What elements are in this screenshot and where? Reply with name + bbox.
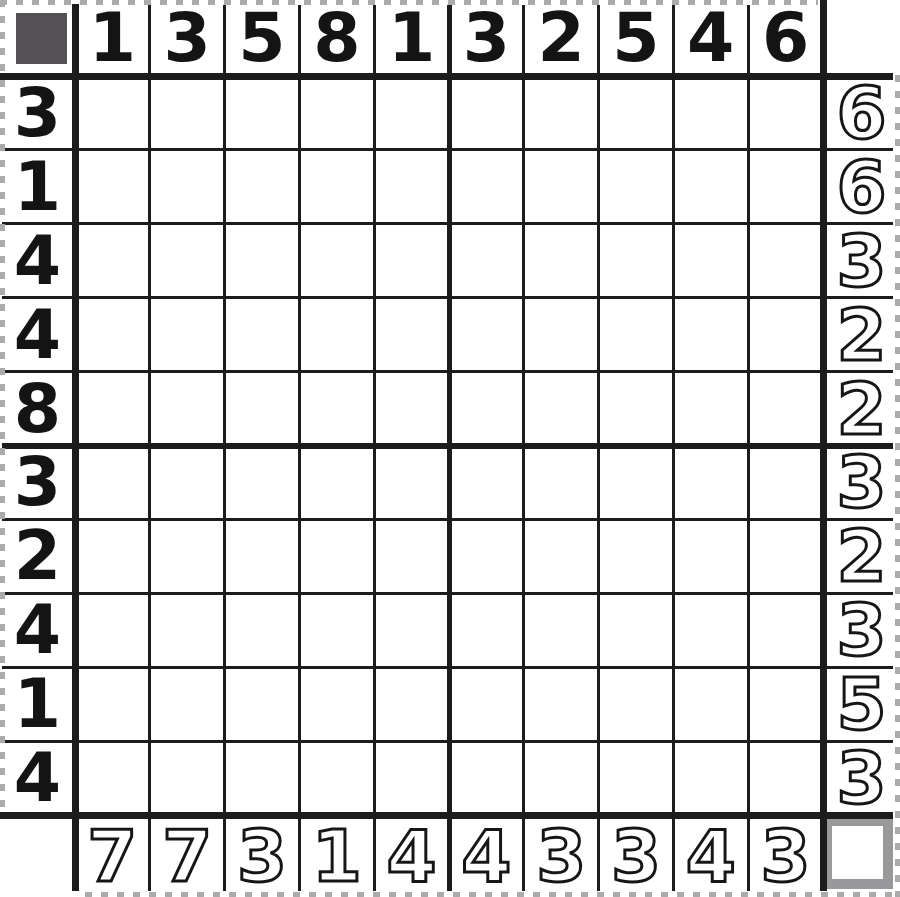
- bottom-clue-7: 3: [524, 815, 599, 897]
- top-clue-2: 3: [150, 0, 225, 76]
- left-clue-8: 4: [0, 593, 75, 667]
- grid-line-h4: [2, 370, 893, 373]
- grid-cell-r6c2[interactable]: [150, 445, 225, 519]
- grid-cell-r8c3[interactable]: [225, 593, 300, 667]
- top-clue-4: 8: [299, 0, 374, 76]
- grid-cell-r10c7[interactable]: [524, 741, 599, 815]
- right-clue-1: 6: [823, 76, 900, 150]
- grid-cell-r7c3[interactable]: [225, 519, 300, 593]
- left-clue-2: 1: [0, 150, 75, 224]
- corner-bottom-left: [0, 815, 75, 897]
- grid-cell-r5c6[interactable]: [449, 372, 524, 446]
- top-clue-6: 3: [449, 0, 524, 76]
- grid-cell-r5c7[interactable]: [524, 372, 599, 446]
- grid-cell-r5c3[interactable]: [225, 372, 300, 446]
- grid-line-h1: [2, 148, 893, 151]
- grid-cell-r5c5[interactable]: [374, 372, 449, 446]
- grid-cell-r9c8[interactable]: [599, 667, 674, 741]
- grid-cell-r7c10[interactable]: [748, 519, 823, 593]
- dashed-border-left: [0, 0, 5, 815]
- grid-cell-r4c7[interactable]: [524, 298, 599, 372]
- grid-cell-r9c9[interactable]: [673, 667, 748, 741]
- grid-line-h0: [0, 73, 893, 80]
- grid-cell-r4c10[interactable]: [748, 298, 823, 372]
- grid-cell-r1c10[interactable]: [748, 76, 823, 150]
- grid-cell-r9c7[interactable]: [524, 667, 599, 741]
- grid-cell-r10c10[interactable]: [748, 741, 823, 815]
- grid-cell-r2c1[interactable]: [75, 150, 150, 224]
- grid-cell-r7c6[interactable]: [449, 519, 524, 593]
- grid-cell-r3c7[interactable]: [524, 224, 599, 298]
- grid-cell-r3c1[interactable]: [75, 224, 150, 298]
- grid-cell-r3c6[interactable]: [449, 224, 524, 298]
- grid-line-h5: [2, 443, 893, 449]
- grid-cell-r1c2[interactable]: [150, 76, 225, 150]
- grid-cell-r10c8[interactable]: [599, 741, 674, 815]
- grid-cell-r6c5[interactable]: [374, 445, 449, 519]
- right-clue-10: 3: [823, 741, 900, 815]
- grid-cell-r9c4[interactable]: [299, 667, 374, 741]
- grid-cell-r1c8[interactable]: [599, 76, 674, 150]
- grid-cell-r8c8[interactable]: [599, 593, 674, 667]
- grid-cell-r2c9[interactable]: [673, 150, 748, 224]
- grid-cell-r6c3[interactable]: [225, 445, 300, 519]
- grid-cell-r3c10[interactable]: [748, 224, 823, 298]
- grid-cell-r10c2[interactable]: [150, 741, 225, 815]
- grid-cell-r8c2[interactable]: [150, 593, 225, 667]
- grid-cell-r4c3[interactable]: [225, 298, 300, 372]
- grid-cell-r6c7[interactable]: [524, 445, 599, 519]
- grid-cell-r2c2[interactable]: [150, 150, 225, 224]
- grid-cell-r9c2[interactable]: [150, 667, 225, 741]
- grid-cell-r1c5[interactable]: [374, 76, 449, 150]
- grid-cell-r6c9[interactable]: [673, 445, 748, 519]
- grid-line-h9: [2, 740, 893, 743]
- left-clue-9: 1: [0, 667, 75, 741]
- left-clue-7: 2: [0, 519, 75, 593]
- bottom-clue-1: 7: [75, 815, 150, 897]
- grid-cell-r2c4[interactable]: [299, 150, 374, 224]
- top-clue-10: 6: [748, 0, 823, 76]
- bottom-right-open-square: [822, 816, 893, 889]
- left-clue-6: 3: [0, 445, 75, 519]
- grid-cell-r2c8[interactable]: [599, 150, 674, 224]
- grid-cell-r8c6[interactable]: [449, 593, 524, 667]
- grid-cell-r2c7[interactable]: [524, 150, 599, 224]
- grid-cell-r5c4[interactable]: [299, 372, 374, 446]
- top-clue-5: 1: [374, 0, 449, 76]
- grid-cell-r2c3[interactable]: [225, 150, 300, 224]
- right-clue-8: 3: [823, 593, 900, 667]
- right-clue-9: 5: [823, 667, 900, 741]
- grid-cell-r5c2[interactable]: [150, 372, 225, 446]
- grid-cell-r10c1[interactable]: [75, 741, 150, 815]
- grid-cell-r10c5[interactable]: [374, 741, 449, 815]
- top-clue-7: 2: [524, 0, 599, 76]
- grid-cell-r6c4[interactable]: [299, 445, 374, 519]
- grid-cell-r3c2[interactable]: [150, 224, 225, 298]
- corner-top-left: [0, 0, 75, 76]
- top-left-filled-square: [16, 13, 67, 64]
- grid-cell-r1c4[interactable]: [299, 76, 374, 150]
- grid-cell-r9c10[interactable]: [748, 667, 823, 741]
- grid-cell-r1c7[interactable]: [524, 76, 599, 150]
- left-clue-10: 4: [0, 741, 75, 815]
- right-clue-6: 3: [823, 445, 900, 519]
- dashed-border-bottom: [85, 892, 900, 897]
- grid-cell-r5c1[interactable]: [75, 372, 150, 446]
- grid-line-h7: [2, 592, 893, 595]
- dashed-border-top: [0, 0, 818, 5]
- grid-cell-r7c1[interactable]: [75, 519, 150, 593]
- grid-cell-r1c1[interactable]: [75, 76, 150, 150]
- grid-cell-r7c8[interactable]: [599, 519, 674, 593]
- grid-cell-r2c10[interactable]: [748, 150, 823, 224]
- grid-cell-r10c3[interactable]: [225, 741, 300, 815]
- grid-cell-r9c5[interactable]: [374, 667, 449, 741]
- grid-cell-r4c4[interactable]: [299, 298, 374, 372]
- grid-cell-r3c5[interactable]: [374, 224, 449, 298]
- right-clue-2: 6: [823, 150, 900, 224]
- corner-bottom-right: [823, 815, 900, 897]
- grid-cell-r5c9[interactable]: [673, 372, 748, 446]
- grid-cell-r3c9[interactable]: [673, 224, 748, 298]
- grid-cell-r7c2[interactable]: [150, 519, 225, 593]
- grid-cell-r2c5[interactable]: [374, 150, 449, 224]
- grid-cell-r4c8[interactable]: [599, 298, 674, 372]
- bottom-clue-3: 3: [225, 815, 300, 897]
- grid-cell-r9c3[interactable]: [225, 667, 300, 741]
- grid-cell-r8c1[interactable]: [75, 593, 150, 667]
- grid-cell-r4c1[interactable]: [75, 298, 150, 372]
- grid-cell-r9c1[interactable]: [75, 667, 150, 741]
- grid-cell-r8c7[interactable]: [524, 593, 599, 667]
- grid-cell-r8c4[interactable]: [299, 593, 374, 667]
- grid-cell-r10c6[interactable]: [449, 741, 524, 815]
- grid-line-h3: [2, 296, 893, 299]
- grid-line-h10: [0, 812, 893, 819]
- right-clue-5: 2: [823, 372, 900, 446]
- grid-cell-r7c5[interactable]: [374, 519, 449, 593]
- grid-cell-r6c8[interactable]: [599, 445, 674, 519]
- right-clue-4: 2: [823, 298, 900, 372]
- grid-cell-r8c5[interactable]: [374, 593, 449, 667]
- grid-cell-r9c6[interactable]: [449, 667, 524, 741]
- grid-cell-r6c10[interactable]: [748, 445, 823, 519]
- grid-cell-r7c9[interactable]: [673, 519, 748, 593]
- left-clue-1: 3: [0, 76, 75, 150]
- grid-cell-r5c8[interactable]: [599, 372, 674, 446]
- grid-cell-r4c9[interactable]: [673, 298, 748, 372]
- grid-cell-r8c10[interactable]: [748, 593, 823, 667]
- grid-cell-r7c7[interactable]: [524, 519, 599, 593]
- grid-cell-r6c6[interactable]: [449, 445, 524, 519]
- grid-cell-r3c4[interactable]: [299, 224, 374, 298]
- top-clue-1: 1: [75, 0, 150, 76]
- bottom-clue-2: 7: [150, 815, 225, 897]
- grid-cell-r10c4[interactable]: [299, 741, 374, 815]
- bottom-clue-9: 4: [673, 815, 748, 897]
- grid-line-h6: [2, 518, 893, 521]
- grid-cell-r4c2[interactable]: [150, 298, 225, 372]
- grid-cell-r1c9[interactable]: [673, 76, 748, 150]
- top-clue-9: 4: [673, 0, 748, 76]
- grid-cell-r1c6[interactable]: [449, 76, 524, 150]
- grid-cell-r4c5[interactable]: [374, 298, 449, 372]
- grid-cell-r10c9[interactable]: [673, 741, 748, 815]
- bottom-clue-8: 3: [599, 815, 674, 897]
- grid-cell-r2c6[interactable]: [449, 150, 524, 224]
- left-clue-5: 8: [0, 372, 75, 446]
- top-clue-3: 5: [225, 0, 300, 76]
- right-clue-7: 2: [823, 519, 900, 593]
- grid-cell-r6c1[interactable]: [75, 445, 150, 519]
- grid-cell-r7c4[interactable]: [299, 519, 374, 593]
- grid-cell-r3c3[interactable]: [225, 224, 300, 298]
- grid-cell-r1c3[interactable]: [225, 76, 300, 150]
- puzzle-board: 1358132546361643428233224315437731443343: [0, 0, 900, 897]
- bottom-clue-10: 3: [748, 815, 823, 897]
- left-clue-3: 4: [0, 224, 75, 298]
- grid-line-h8: [2, 666, 893, 669]
- dashed-border-right: [895, 75, 900, 897]
- grid-cell-r4c6[interactable]: [449, 298, 524, 372]
- grid-cell-r8c9[interactable]: [673, 593, 748, 667]
- right-clue-3: 3: [823, 224, 900, 298]
- bottom-clue-5: 4: [374, 815, 449, 897]
- grid-cell-r5c10[interactable]: [748, 372, 823, 446]
- bottom-clue-4: 1: [299, 815, 374, 897]
- bottom-clue-6: 4: [449, 815, 524, 897]
- top-clue-8: 5: [599, 0, 674, 76]
- grid-line-h2: [2, 222, 893, 225]
- left-clue-4: 4: [0, 298, 75, 372]
- grid-cell-r3c8[interactable]: [599, 224, 674, 298]
- corner-top-right: [823, 0, 900, 76]
